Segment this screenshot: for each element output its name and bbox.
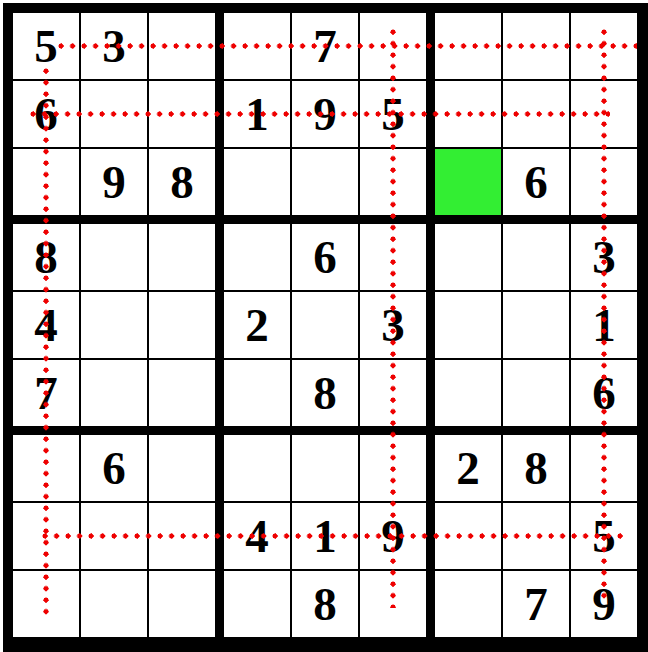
cell-r9c5[interactable]: 8 xyxy=(292,571,358,637)
cell-r7c3[interactable] xyxy=(149,435,215,501)
cell-r4c3[interactable] xyxy=(149,224,215,290)
cell-r7c5[interactable] xyxy=(292,435,358,501)
cell-r9c1[interactable] xyxy=(13,571,79,637)
cell-r5c3[interactable] xyxy=(149,292,215,358)
cell-r9c7[interactable] xyxy=(435,571,501,637)
cell-r4c9[interactable]: 3 xyxy=(571,224,637,290)
cell-r6c4[interactable] xyxy=(224,360,290,426)
cell-r1c8[interactable] xyxy=(503,13,569,79)
cell-r5c8[interactable] xyxy=(503,292,569,358)
cell-r9c9[interactable]: 9 xyxy=(571,571,637,637)
cell-r7c4[interactable] xyxy=(224,435,290,501)
cell-r3c2[interactable]: 9 xyxy=(81,149,147,215)
cell-r4c4[interactable] xyxy=(224,224,290,290)
cell-r1c9[interactable] xyxy=(571,13,637,79)
cell-r1c3[interactable] xyxy=(149,13,215,79)
cell-r3c5[interactable] xyxy=(292,149,358,215)
cell-r7c9[interactable] xyxy=(571,435,637,501)
cell-r9c3[interactable] xyxy=(149,571,215,637)
cell-r5c5[interactable] xyxy=(292,292,358,358)
cell-r7c8[interactable]: 8 xyxy=(503,435,569,501)
cell-r6c6[interactable] xyxy=(360,360,426,426)
cell-r6c5[interactable]: 8 xyxy=(292,360,358,426)
cell-r1c4[interactable] xyxy=(224,13,290,79)
cell-r3c3[interactable]: 8 xyxy=(149,149,215,215)
cell-r1c5[interactable]: 7 xyxy=(292,13,358,79)
cell-r2c9[interactable] xyxy=(571,81,637,147)
cell-r2c1[interactable]: 6 xyxy=(13,81,79,147)
cell-r4c5[interactable]: 6 xyxy=(292,224,358,290)
cell-r7c1[interactable] xyxy=(13,435,79,501)
cell-r5c2[interactable] xyxy=(81,292,147,358)
cell-r3c1[interactable] xyxy=(13,149,79,215)
cell-r5c4[interactable]: 2 xyxy=(224,292,290,358)
cell-r2c6[interactable]: 5 xyxy=(360,81,426,147)
cell-r1c7[interactable] xyxy=(435,13,501,79)
highlighted-target-cell[interactable] xyxy=(435,149,501,215)
cell-r9c8[interactable]: 7 xyxy=(503,571,569,637)
cell-r2c4[interactable]: 1 xyxy=(224,81,290,147)
cell-r4c8[interactable] xyxy=(503,224,569,290)
cell-r8c1[interactable] xyxy=(13,503,79,569)
cell-r2c7[interactable] xyxy=(435,81,501,147)
cell-r8c9[interactable]: 5 xyxy=(571,503,637,569)
cell-r4c2[interactable] xyxy=(81,224,147,290)
cell-r6c2[interactable] xyxy=(81,360,147,426)
cell-r1c1[interactable]: 5 xyxy=(13,13,79,79)
cell-r9c6[interactable] xyxy=(360,571,426,637)
cell-r1c6[interactable] xyxy=(360,13,426,79)
cell-r3c4[interactable] xyxy=(224,149,290,215)
cell-r8c4[interactable]: 4 xyxy=(224,503,290,569)
cell-r3c6[interactable] xyxy=(360,149,426,215)
cell-r7c7[interactable]: 2 xyxy=(435,435,501,501)
cell-r6c1[interactable]: 7 xyxy=(13,360,79,426)
cell-r2c5[interactable]: 9 xyxy=(292,81,358,147)
cell-r6c7[interactable] xyxy=(435,360,501,426)
cell-r2c8[interactable] xyxy=(503,81,569,147)
cell-r2c2[interactable] xyxy=(81,81,147,147)
cell-r8c3[interactable] xyxy=(149,503,215,569)
cell-r3c8[interactable]: 6 xyxy=(503,149,569,215)
cell-r5c1[interactable]: 4 xyxy=(13,292,79,358)
cell-r6c9[interactable]: 6 xyxy=(571,360,637,426)
sudoku-board: 537619598686342317866284195879 xyxy=(3,3,648,652)
cell-r4c1[interactable]: 8 xyxy=(13,224,79,290)
cell-r4c7[interactable] xyxy=(435,224,501,290)
cell-r4c6[interactable] xyxy=(360,224,426,290)
cell-r8c5[interactable]: 1 xyxy=(292,503,358,569)
cell-r1c2[interactable]: 3 xyxy=(81,13,147,79)
cell-r3c9[interactable] xyxy=(571,149,637,215)
cell-r5c9[interactable]: 1 xyxy=(571,292,637,358)
cell-r5c7[interactable] xyxy=(435,292,501,358)
cell-r8c8[interactable] xyxy=(503,503,569,569)
cell-r8c2[interactable] xyxy=(81,503,147,569)
cell-r8c6[interactable]: 9 xyxy=(360,503,426,569)
cell-r9c4[interactable] xyxy=(224,571,290,637)
cell-r7c6[interactable] xyxy=(360,435,426,501)
cell-r5c6[interactable]: 3 xyxy=(360,292,426,358)
cell-r8c7[interactable] xyxy=(435,503,501,569)
cell-r6c8[interactable] xyxy=(503,360,569,426)
cell-r6c3[interactable] xyxy=(149,360,215,426)
cell-r2c3[interactable] xyxy=(149,81,215,147)
cell-r9c2[interactable] xyxy=(81,571,147,637)
cell-r7c2[interactable]: 6 xyxy=(81,435,147,501)
